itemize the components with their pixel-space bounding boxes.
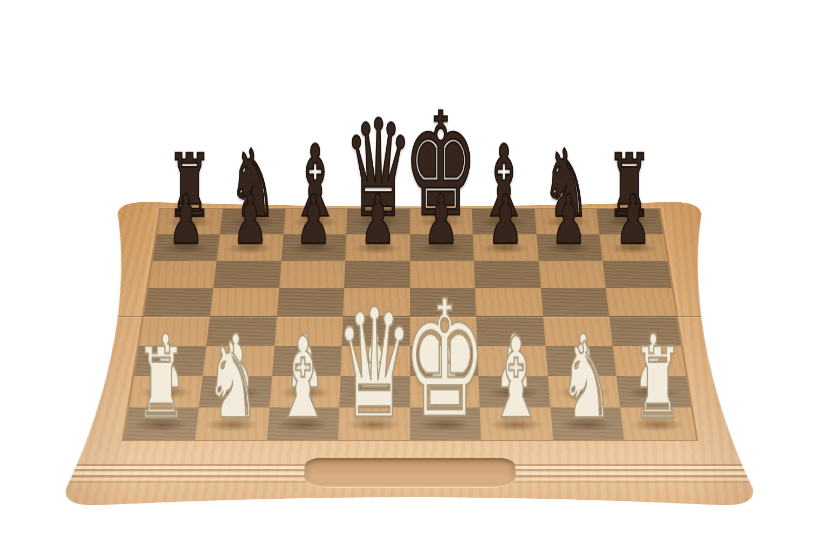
piece-black-pawn-f7: ♟ — [488, 186, 523, 254]
piece-white-king-e1: ♚ — [403, 279, 487, 441]
piece-black-pawn-d7: ♟ — [360, 186, 395, 254]
piece-black-pawn-g7: ♟ — [551, 186, 586, 254]
cell-g7: ♟ — [536, 234, 602, 260]
cell-b5 — [210, 288, 279, 316]
cell-a5 — [143, 288, 213, 316]
chess-board: ♜♞♝♛♚♝♞♜♟♟♟♟♟♟♟♟♟♟♟♟♟♟♟♟♜♞♝♛♚♝♞♜ — [49, 198, 771, 512]
cell-a7: ♟ — [152, 234, 220, 260]
cell-f1: ♝ — [480, 407, 553, 440]
cell-b1: ♞ — [195, 407, 269, 440]
cell-c1: ♝ — [266, 407, 339, 440]
pieces-layer: ♜♞♝♛♚♝♞♜♟♟♟♟♟♟♟♟♟♟♟♟♟♟♟♟♜♞♝♛♚♝♞♜ — [123, 209, 695, 440]
cell-c5 — [276, 288, 344, 316]
finger-recess — [303, 458, 516, 488]
cell-a6 — [148, 261, 217, 288]
piece-white-rook-a1: ♜ — [136, 335, 187, 434]
piece-white-bishop-f1: ♝ — [487, 324, 545, 435]
piece-black-pawn-e7: ♟ — [424, 186, 459, 254]
cell-e1: ♚ — [409, 407, 481, 440]
piece-white-bishop-c1: ♝ — [274, 324, 332, 435]
piece-white-knight-b1: ♞ — [205, 329, 260, 434]
cell-c7: ♟ — [281, 234, 346, 260]
cell-g6 — [538, 261, 606, 288]
cell-e7: ♟ — [410, 234, 474, 260]
cell-g1: ♞ — [550, 407, 624, 440]
cell-d1: ♛ — [338, 407, 410, 440]
cell-d7: ♟ — [345, 234, 409, 260]
cell-a1: ♜ — [123, 407, 198, 440]
piece-black-pawn-h7: ♟ — [615, 186, 650, 254]
piece-black-pawn-c7: ♟ — [296, 186, 331, 254]
cell-f7: ♟ — [473, 234, 538, 260]
photo-canvas: ♜♞♝♛♚♝♞♜♟♟♟♟♟♟♟♟♟♟♟♟♟♟♟♟♜♞♝♛♚♝♞♜ — [0, 0, 820, 546]
piece-white-rook-h1: ♜ — [632, 335, 683, 434]
piece-white-knight-g1: ♞ — [559, 329, 614, 434]
cell-h7: ♟ — [599, 234, 666, 260]
piece-white-queen-d1: ♛ — [335, 288, 414, 439]
cell-b7: ♟ — [217, 234, 283, 260]
piece-black-pawn-a7: ♟ — [169, 186, 204, 254]
piece-black-pawn-b7: ♟ — [232, 186, 267, 254]
cell-h1: ♜ — [620, 407, 695, 440]
cell-h6 — [602, 261, 671, 288]
cell-g5 — [540, 288, 609, 316]
cell-h5 — [606, 288, 676, 316]
cell-b6 — [213, 261, 281, 288]
